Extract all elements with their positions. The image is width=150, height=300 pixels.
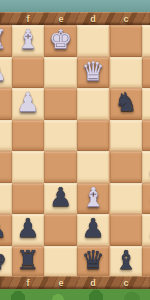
piece-white-queen-d2[interactable]: ♛ — [77, 56, 110, 88]
square-b2[interactable] — [142, 57, 150, 89]
square-f2[interactable] — [12, 57, 45, 89]
square-b4[interactable] — [142, 120, 150, 152]
piece-black-pawn-b7[interactable]: ♟ — [142, 213, 150, 245]
piece-white-pawn-b5[interactable]: ♟ — [142, 150, 150, 182]
background-grass — [0, 289, 150, 300]
square-c4[interactable] — [110, 120, 143, 152]
file-label-top-c: c — [119, 13, 133, 25]
square-f5[interactable] — [12, 151, 45, 183]
piece-black-pawn-f7[interactable]: ♟ — [12, 213, 45, 245]
square-e8[interactable] — [44, 246, 77, 278]
square-g4[interactable] — [0, 120, 12, 152]
square-f6[interactable] — [12, 183, 45, 215]
piece-black-rook-f8[interactable]: ♜ — [12, 245, 45, 277]
square-g5[interactable] — [0, 151, 12, 183]
file-label-bottom-c: c — [119, 277, 133, 289]
square-d5[interactable] — [77, 151, 110, 183]
square-b1[interactable] — [142, 25, 150, 57]
square-g3[interactable] — [0, 88, 12, 120]
square-f4[interactable] — [12, 120, 45, 152]
piece-white-bishop-d6[interactable]: ♝ — [77, 182, 110, 214]
piece-black-pawn-d7[interactable]: ♟ — [77, 213, 110, 245]
piece-black-bishop-c8[interactable]: ♝ — [110, 245, 143, 277]
square-c2[interactable] — [110, 57, 143, 89]
square-e5[interactable] — [44, 151, 77, 183]
piece-black-king-g8[interactable]: ♚ — [0, 245, 12, 277]
file-label-bottom-f: f — [21, 277, 35, 289]
square-d1[interactable] — [77, 25, 110, 57]
square-c5[interactable] — [110, 151, 143, 183]
square-e4[interactable] — [44, 120, 77, 152]
square-e7[interactable] — [44, 214, 77, 246]
square-g6[interactable] — [0, 183, 12, 215]
square-e2[interactable] — [44, 57, 77, 89]
file-label-top-f: f — [21, 13, 35, 25]
piece-white-pawn-g2[interactable]: ♟ — [0, 56, 12, 88]
square-e3[interactable] — [44, 88, 77, 120]
board-frame-bottom: f e d c — [0, 276, 150, 289]
piece-white-king-e1[interactable]: ♚ — [44, 25, 77, 56]
square-d3[interactable] — [77, 88, 110, 120]
square-b3[interactable] — [142, 88, 150, 120]
chess-app-screen: f e d c ♜♝♚♟♛♟♞♟♟♝♞♟♟♟♟♚♜♛♝ f e d c — [0, 0, 150, 300]
square-c1[interactable] — [110, 25, 143, 57]
piece-white-bishop-f1[interactable]: ♝ — [12, 25, 45, 56]
piece-black-pawn-g7[interactable]: ♟ — [0, 213, 12, 245]
file-label-bottom-e: e — [54, 277, 68, 289]
chess-board: ♜♝♚♟♛♟♞♟♟♝♞♟♟♟♟♚♜♛♝ — [0, 25, 150, 277]
piece-white-pawn-f3[interactable]: ♟ — [12, 87, 45, 119]
piece-black-pawn-e6[interactable]: ♟ — [44, 182, 77, 214]
square-b8[interactable] — [142, 246, 150, 278]
square-c6[interactable] — [110, 183, 143, 215]
piece-black-knight-c3[interactable]: ♞ — [110, 87, 143, 119]
piece-black-knight-b6[interactable]: ♞ — [142, 182, 150, 214]
piece-white-rook-g1[interactable]: ♜ — [0, 25, 12, 56]
file-label-bottom-d: d — [86, 277, 100, 289]
square-d4[interactable] — [77, 120, 110, 152]
file-label-top-e: e — [54, 13, 68, 25]
board-frame-top: f e d c — [0, 12, 150, 25]
file-label-top-d: d — [86, 13, 100, 25]
square-c7[interactable] — [110, 214, 143, 246]
piece-black-queen-d8[interactable]: ♛ — [77, 245, 110, 277]
